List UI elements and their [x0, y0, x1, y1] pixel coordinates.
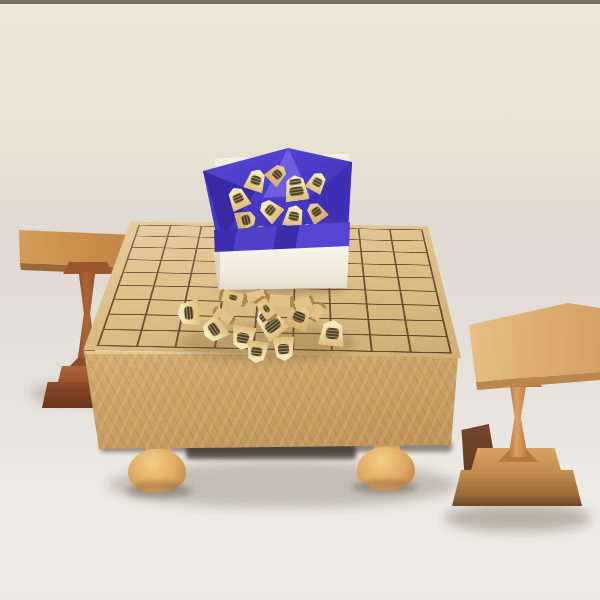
board-square[interactable]	[124, 260, 160, 272]
board-square[interactable]	[105, 314, 145, 329]
board-square[interactable]	[331, 304, 367, 318]
board-square[interactable]	[393, 241, 426, 252]
kanji-ink	[240, 214, 251, 226]
board-square[interactable]	[110, 300, 149, 314]
kanji-ink	[228, 294, 237, 301]
board-square[interactable]	[133, 236, 167, 247]
leg-bulb	[128, 449, 186, 492]
kanji-ink	[325, 327, 339, 339]
board-square[interactable]	[361, 240, 394, 251]
kanji-ink	[291, 310, 306, 324]
board-square[interactable]	[99, 330, 140, 346]
kanji-ink	[263, 203, 277, 217]
shogi-piece[interactable]	[243, 166, 269, 193]
shogi-piece[interactable]	[282, 173, 309, 202]
board-square[interactable]	[395, 253, 429, 265]
kanji-ink	[232, 192, 245, 205]
komadai-right	[450, 298, 600, 528]
board-square[interactable]	[359, 229, 391, 240]
board-square[interactable]	[397, 265, 432, 278]
kanji-ink	[183, 306, 193, 320]
komadai-right-column	[506, 385, 530, 457]
kanji-ink	[251, 346, 263, 357]
board-square[interactable]	[115, 286, 153, 300]
board-square[interactable]	[366, 291, 402, 305]
shogi-piece[interactable]	[255, 195, 285, 224]
board-square[interactable]	[404, 305, 442, 320]
komadai-right-base-lower	[452, 470, 582, 506]
board-square[interactable]	[368, 305, 405, 320]
board-square[interactable]	[409, 336, 449, 352]
kanji-ink	[250, 174, 262, 186]
kanji-ink	[271, 168, 283, 180]
board-square[interactable]	[331, 290, 366, 304]
board-square[interactable]	[407, 320, 446, 335]
leg-bulb	[357, 447, 415, 490]
board-square[interactable]	[138, 331, 178, 347]
board-square[interactable]	[128, 248, 163, 260]
board-square[interactable]	[120, 273, 157, 286]
piece-box-front	[212, 246, 352, 292]
board-square[interactable]	[136, 226, 169, 237]
board-square[interactable]	[162, 249, 196, 261]
shogi-piece[interactable]	[264, 161, 291, 188]
kanji-ink	[289, 178, 301, 186]
kanji-ink	[289, 186, 304, 197]
board-square[interactable]	[371, 335, 410, 351]
kanji-ink	[310, 206, 322, 218]
kanji-ink	[207, 322, 222, 338]
board-square[interactable]	[151, 287, 188, 301]
board-square[interactable]	[399, 278, 435, 291]
kanji-ink	[262, 304, 270, 313]
board-square[interactable]	[365, 277, 400, 290]
kanji-ink	[311, 176, 323, 188]
shogi-piece[interactable]	[304, 169, 329, 195]
shogi-set-photo	[0, 0, 600, 600]
kanji-ink	[278, 343, 290, 354]
board-square[interactable]	[402, 291, 439, 305]
board-square[interactable]	[369, 320, 407, 335]
board-square[interactable]	[158, 261, 193, 273]
board-square[interactable]	[155, 273, 191, 286]
kanji-ink	[288, 211, 300, 222]
board-square[interactable]	[165, 237, 198, 248]
board-square[interactable]	[362, 252, 395, 264]
board-square[interactable]	[363, 264, 397, 277]
board-square[interactable]	[391, 230, 424, 241]
photo-top-edge	[0, 0, 600, 4]
shogi-piece[interactable]	[303, 199, 329, 226]
board-square[interactable]	[142, 315, 181, 330]
